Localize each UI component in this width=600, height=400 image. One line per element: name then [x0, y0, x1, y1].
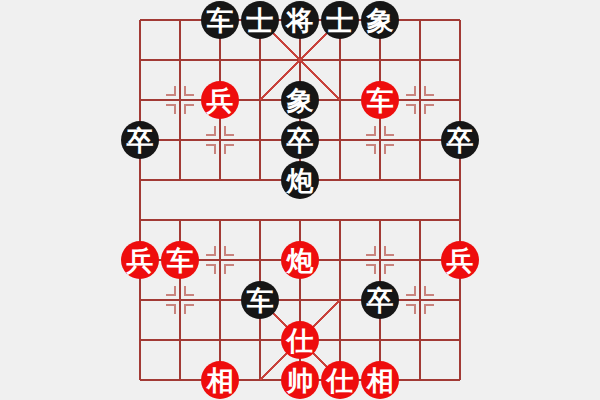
- black-soldier[interactable]: 卒: [121, 121, 159, 159]
- red-elephant[interactable]: 相: [361, 361, 399, 399]
- black-advisor[interactable]: 士: [321, 1, 359, 39]
- xiangqi-board: 车士将士象兵象车卒卒卒炮兵车炮兵车卒仕相帅仕相: [0, 0, 600, 400]
- red-advisor[interactable]: 仕: [321, 361, 359, 399]
- red-chariot[interactable]: 车: [361, 81, 399, 119]
- red-cannon[interactable]: 炮: [281, 241, 319, 279]
- red-soldier[interactable]: 兵: [121, 241, 159, 279]
- black-elephant[interactable]: 象: [361, 1, 399, 39]
- red-general[interactable]: 帅: [281, 361, 319, 399]
- black-cannon[interactable]: 炮: [281, 161, 319, 199]
- black-chariot[interactable]: 车: [241, 281, 279, 319]
- black-general[interactable]: 将: [281, 1, 319, 39]
- red-chariot[interactable]: 车: [161, 241, 199, 279]
- black-soldier[interactable]: 卒: [441, 121, 479, 159]
- red-soldier[interactable]: 兵: [201, 81, 239, 119]
- board-intersections-grid: 车士将士象兵象车卒卒卒炮兵车炮兵车卒仕相帅仕相: [120, 0, 480, 400]
- black-chariot[interactable]: 车: [201, 1, 239, 39]
- red-soldier[interactable]: 兵: [441, 241, 479, 279]
- black-soldier[interactable]: 卒: [281, 121, 319, 159]
- red-advisor[interactable]: 仕: [281, 321, 319, 359]
- black-advisor[interactable]: 士: [241, 1, 279, 39]
- red-elephant[interactable]: 相: [201, 361, 239, 399]
- black-soldier[interactable]: 卒: [361, 281, 399, 319]
- black-elephant[interactable]: 象: [281, 81, 319, 119]
